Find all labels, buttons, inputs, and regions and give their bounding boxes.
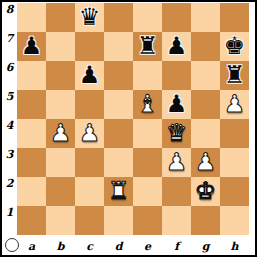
square-e2[interactable]	[133, 177, 162, 206]
black-pawn[interactable]: ♟	[166, 32, 188, 61]
white-pawn[interactable]: ♟	[79, 119, 101, 148]
square-a5[interactable]	[17, 90, 46, 119]
square-c3[interactable]	[75, 148, 104, 177]
white-king[interactable]: ♚	[195, 177, 217, 206]
square-a7[interactable]: ♟	[17, 32, 46, 61]
square-b8[interactable]	[46, 3, 75, 32]
square-g7[interactable]	[191, 32, 220, 61]
square-f3[interactable]: ♟	[162, 148, 191, 177]
square-h3[interactable]	[220, 148, 249, 177]
square-d8[interactable]	[104, 3, 133, 32]
square-c8[interactable]: ♛	[75, 3, 104, 32]
black-pawn[interactable]: ♟	[21, 32, 43, 61]
square-b2[interactable]	[46, 177, 75, 206]
square-d3[interactable]	[104, 148, 133, 177]
square-h4[interactable]	[220, 119, 249, 148]
square-b6[interactable]	[46, 61, 75, 90]
square-g3[interactable]: ♟	[191, 148, 220, 177]
white-pawn[interactable]: ♟	[166, 148, 188, 177]
rank-label-5: 5	[2, 90, 17, 119]
file-label-g: g	[191, 237, 220, 255]
square-c5[interactable]	[75, 90, 104, 119]
square-c2[interactable]	[75, 177, 104, 206]
square-e1[interactable]	[133, 206, 162, 235]
square-g1[interactable]	[191, 206, 220, 235]
file-label-a: a	[17, 237, 46, 255]
square-d2[interactable]: ♜	[104, 177, 133, 206]
file-label-h: h	[220, 237, 249, 255]
square-e4[interactable]	[133, 119, 162, 148]
square-a4[interactable]	[17, 119, 46, 148]
square-e6[interactable]	[133, 61, 162, 90]
square-f5[interactable]: ♟	[162, 90, 191, 119]
black-rook[interactable]: ♜	[137, 32, 159, 61]
square-a8[interactable]	[17, 3, 46, 32]
rank-label-3: 3	[2, 148, 17, 177]
square-g5[interactable]	[191, 90, 220, 119]
square-d4[interactable]	[104, 119, 133, 148]
square-f6[interactable]	[162, 61, 191, 90]
square-d6[interactable]	[104, 61, 133, 90]
black-queen[interactable]: ♛	[79, 3, 101, 32]
rank-label-7: 7	[2, 32, 17, 61]
square-h7[interactable]: ♚	[220, 32, 249, 61]
square-g4[interactable]	[191, 119, 220, 148]
square-c1[interactable]	[75, 206, 104, 235]
file-label-e: e	[133, 237, 162, 255]
square-a3[interactable]	[17, 148, 46, 177]
rank-labels: 87654321	[2, 3, 17, 235]
rank-label-8: 8	[2, 3, 17, 32]
square-e3[interactable]	[133, 148, 162, 177]
square-c6[interactable]: ♟	[75, 61, 104, 90]
square-a6[interactable]	[17, 61, 46, 90]
square-d7[interactable]	[104, 32, 133, 61]
square-h1[interactable]	[220, 206, 249, 235]
square-f4[interactable]: ♛	[162, 119, 191, 148]
black-pawn[interactable]: ♟	[79, 61, 101, 90]
square-b1[interactable]	[46, 206, 75, 235]
black-king[interactable]: ♚	[224, 32, 246, 61]
chess-diagram: 87654321 ♛♟♜♟♚♟♜♝♟♟♟♟♛♟♟♜♚ abcdefgh	[0, 0, 257, 257]
square-b3[interactable]	[46, 148, 75, 177]
rank-label-4: 4	[2, 119, 17, 148]
white-pawn[interactable]: ♟	[224, 90, 246, 119]
square-h2[interactable]	[220, 177, 249, 206]
rank-label-2: 2	[2, 177, 17, 206]
square-c7[interactable]	[75, 32, 104, 61]
square-b5[interactable]	[46, 90, 75, 119]
square-a1[interactable]	[17, 206, 46, 235]
white-bishop[interactable]: ♝	[137, 90, 159, 119]
file-label-c: c	[75, 237, 104, 255]
white-pawn[interactable]: ♟	[195, 148, 217, 177]
square-a2[interactable]	[17, 177, 46, 206]
square-b7[interactable]	[46, 32, 75, 61]
square-f7[interactable]: ♟	[162, 32, 191, 61]
square-h8[interactable]	[220, 3, 249, 32]
file-label-d: d	[104, 237, 133, 255]
square-e7[interactable]: ♜	[133, 32, 162, 61]
square-g6[interactable]	[191, 61, 220, 90]
black-pawn[interactable]: ♟	[166, 90, 188, 119]
white-pawn[interactable]: ♟	[50, 119, 72, 148]
square-f8[interactable]	[162, 3, 191, 32]
file-label-b: b	[46, 237, 75, 255]
white-to-move-indicator	[5, 238, 19, 252]
white-queen[interactable]: ♛	[166, 119, 188, 148]
square-h5[interactable]: ♟	[220, 90, 249, 119]
square-g8[interactable]	[191, 3, 220, 32]
square-d1[interactable]	[104, 206, 133, 235]
square-e5[interactable]: ♝	[133, 90, 162, 119]
square-e8[interactable]	[133, 3, 162, 32]
square-d5[interactable]	[104, 90, 133, 119]
square-h6[interactable]: ♜	[220, 61, 249, 90]
file-label-f: f	[162, 237, 191, 255]
file-labels: abcdefgh	[17, 237, 249, 255]
white-rook[interactable]: ♜	[108, 177, 130, 206]
square-f2[interactable]	[162, 177, 191, 206]
square-g2[interactable]: ♚	[191, 177, 220, 206]
black-rook[interactable]: ♜	[224, 61, 246, 90]
square-c4[interactable]: ♟	[75, 119, 104, 148]
square-f1[interactable]	[162, 206, 191, 235]
chess-board: ♛♟♜♟♚♟♜♝♟♟♟♟♛♟♟♜♚	[17, 3, 249, 235]
square-b4[interactable]: ♟	[46, 119, 75, 148]
rank-label-1: 1	[2, 206, 17, 235]
rank-label-6: 6	[2, 61, 17, 90]
